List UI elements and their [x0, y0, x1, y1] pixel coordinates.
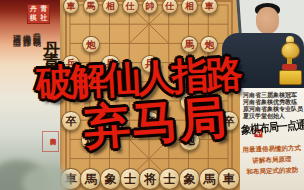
- credentials-list: 河南省三届象棋冠军河南省象棋优秀教练原河南省象棋专业队员夏汉学堂创始人: [243, 91, 304, 119]
- piece-black-卒: 卒: [61, 111, 81, 131]
- video-thumbnail: 車馬相仕帥仕相車炮馬炮兵兵兵兵兵卒卒卒卒卒炮炮車馬象士将士象馬車 丹青棋社 丹阳…: [0, 0, 304, 190]
- piece-red-仕: 仕: [122, 0, 139, 14]
- channel-logo-text: 象棋布局一点通: [240, 118, 299, 138]
- seal-char: 社: [40, 15, 47, 22]
- piece-red-炮: 炮: [82, 36, 100, 54]
- channel-logo: 中 象棋布局一点通: [240, 117, 304, 137]
- piece-black-車: 車: [218, 168, 239, 189]
- red-tag-label: 布局精讲: [42, 131, 59, 152]
- right-info-panel: 河南省三届象棋冠军河南省象棋优秀教练原河南省象棋专业队员夏汉学堂创始人 中 象棋…: [240, 88, 304, 190]
- red-seal-stamp: 丹青棋社: [27, 4, 50, 24]
- poem-column: 丹阳城高秋欲晚: [32, 27, 40, 34]
- seal-char: 青: [40, 6, 47, 13]
- brand-calligraphy: 丹青棋: [43, 28, 60, 58]
- piece-black-象: 象: [179, 168, 200, 189]
- credential-line: 河南省象棋优秀教练: [243, 98, 304, 105]
- piece-black-馬: 馬: [199, 168, 220, 189]
- seal-char: 棋: [30, 15, 37, 22]
- headline-line2: 弃马局: [82, 87, 230, 159]
- pitch-line: 和布局定式的攻防: [240, 165, 304, 178]
- piece-black-象: 象: [100, 168, 121, 189]
- trophy-icon: [279, 70, 302, 85]
- poem-column: 讲庭回连山鸟至: [12, 27, 20, 34]
- piece-black-士: 士: [120, 168, 141, 189]
- piece-black-馬: 馬: [80, 168, 101, 189]
- credential-line: 原河南省象棋专业队员: [243, 105, 304, 112]
- credential-line: 河南省三届象棋冠军: [243, 91, 304, 98]
- poem-column: 青嶂溪深古雨静: [22, 27, 30, 34]
- coach-face: [256, 7, 279, 34]
- seal-char: 丹: [30, 6, 37, 13]
- piece-black-士: 士: [159, 168, 180, 189]
- piece-black-将: 将: [139, 168, 160, 189]
- pitch-lines: 用最通俗易懂的方式讲解布局原理和布局定式的攻防: [239, 143, 304, 178]
